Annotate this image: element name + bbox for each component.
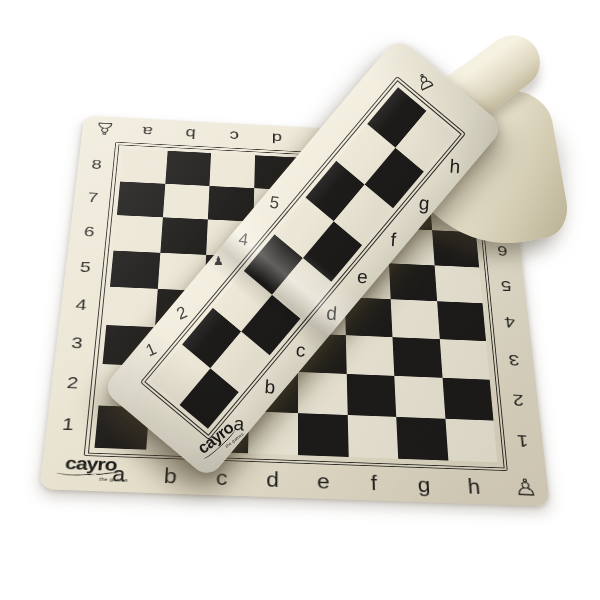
square-f1 (347, 415, 398, 459)
square-a8 (120, 149, 167, 184)
rank-label-4: 4 (61, 285, 101, 324)
rank-label-5: 5 (66, 248, 105, 286)
rank-label-6: 6 (70, 213, 108, 250)
file-label-d: d (255, 125, 298, 150)
rank-label-5: 5 (488, 268, 525, 305)
cayro-logo: cayro the games (51, 454, 130, 483)
strip-rank-label-4: 4 (218, 224, 269, 255)
file-label-c: c (212, 123, 256, 148)
square-g3 (392, 337, 442, 378)
strip-rank-label-blank (280, 150, 331, 181)
file-label-e: e (298, 464, 349, 498)
rank-label-2: 2 (499, 380, 539, 422)
file-label-b: b (168, 121, 212, 146)
square-b7 (162, 183, 209, 219)
pawn-icon: ♟ (213, 254, 224, 268)
square-f3 (345, 335, 394, 376)
square-b8 (165, 151, 211, 186)
square-a6 (113, 215, 162, 252)
rank-label-3: 3 (495, 341, 534, 381)
rank-label-1: 1 (47, 403, 89, 447)
rank-label-2: 2 (52, 362, 93, 404)
square-a5 (110, 250, 160, 289)
product-photo-stage: abcdefgh abcdefgh 87654321 87654321 ♙ ♙ … (0, 0, 600, 600)
square-h4 (437, 301, 486, 341)
square-h2 (442, 378, 493, 420)
pawn-icon: ♙ (513, 474, 539, 502)
file-label-a: a (125, 119, 170, 144)
square-g1 (396, 416, 448, 460)
strip-file-label-h: h (430, 152, 480, 180)
square-g5 (389, 263, 437, 301)
file-label-h: h (448, 470, 500, 504)
strip-file-label-b: b (245, 373, 295, 401)
rank-label-7: 7 (74, 180, 111, 215)
square-e2 (298, 372, 347, 415)
strip-file-label-g: g (399, 189, 449, 217)
square-b6 (160, 217, 208, 254)
pawn-icon: ♙ (93, 118, 116, 139)
strip-rank-label-blank (341, 77, 392, 108)
strip-file-label-e: e (338, 262, 388, 290)
strip-file-label-d: d (307, 299, 357, 327)
square-h1 (445, 418, 497, 462)
square-e1 (298, 413, 348, 457)
rank-label-8: 8 (78, 147, 114, 181)
strip-file-label-f: f (369, 226, 419, 254)
rank-label-3: 3 (56, 323, 96, 364)
file-label-d: d (247, 463, 298, 498)
file-label-f: f (348, 466, 399, 500)
square-g2 (394, 376, 445, 418)
square-a4 (106, 287, 157, 327)
rank-label-1: 1 (503, 420, 543, 463)
brand-tagline: the games (51, 475, 129, 483)
file-label-g: g (398, 468, 450, 502)
strip-rank-label-5: 5 (249, 187, 300, 218)
square-h5 (434, 265, 482, 303)
rank-label-4: 4 (491, 304, 529, 343)
square-h3 (439, 339, 489, 380)
strip-file-label-c: c (276, 336, 326, 364)
square-c8 (209, 153, 254, 188)
square-a7 (117, 181, 165, 217)
strip-rank-label-blank (311, 113, 362, 144)
square-g4 (391, 299, 440, 339)
square-f2 (346, 374, 396, 417)
